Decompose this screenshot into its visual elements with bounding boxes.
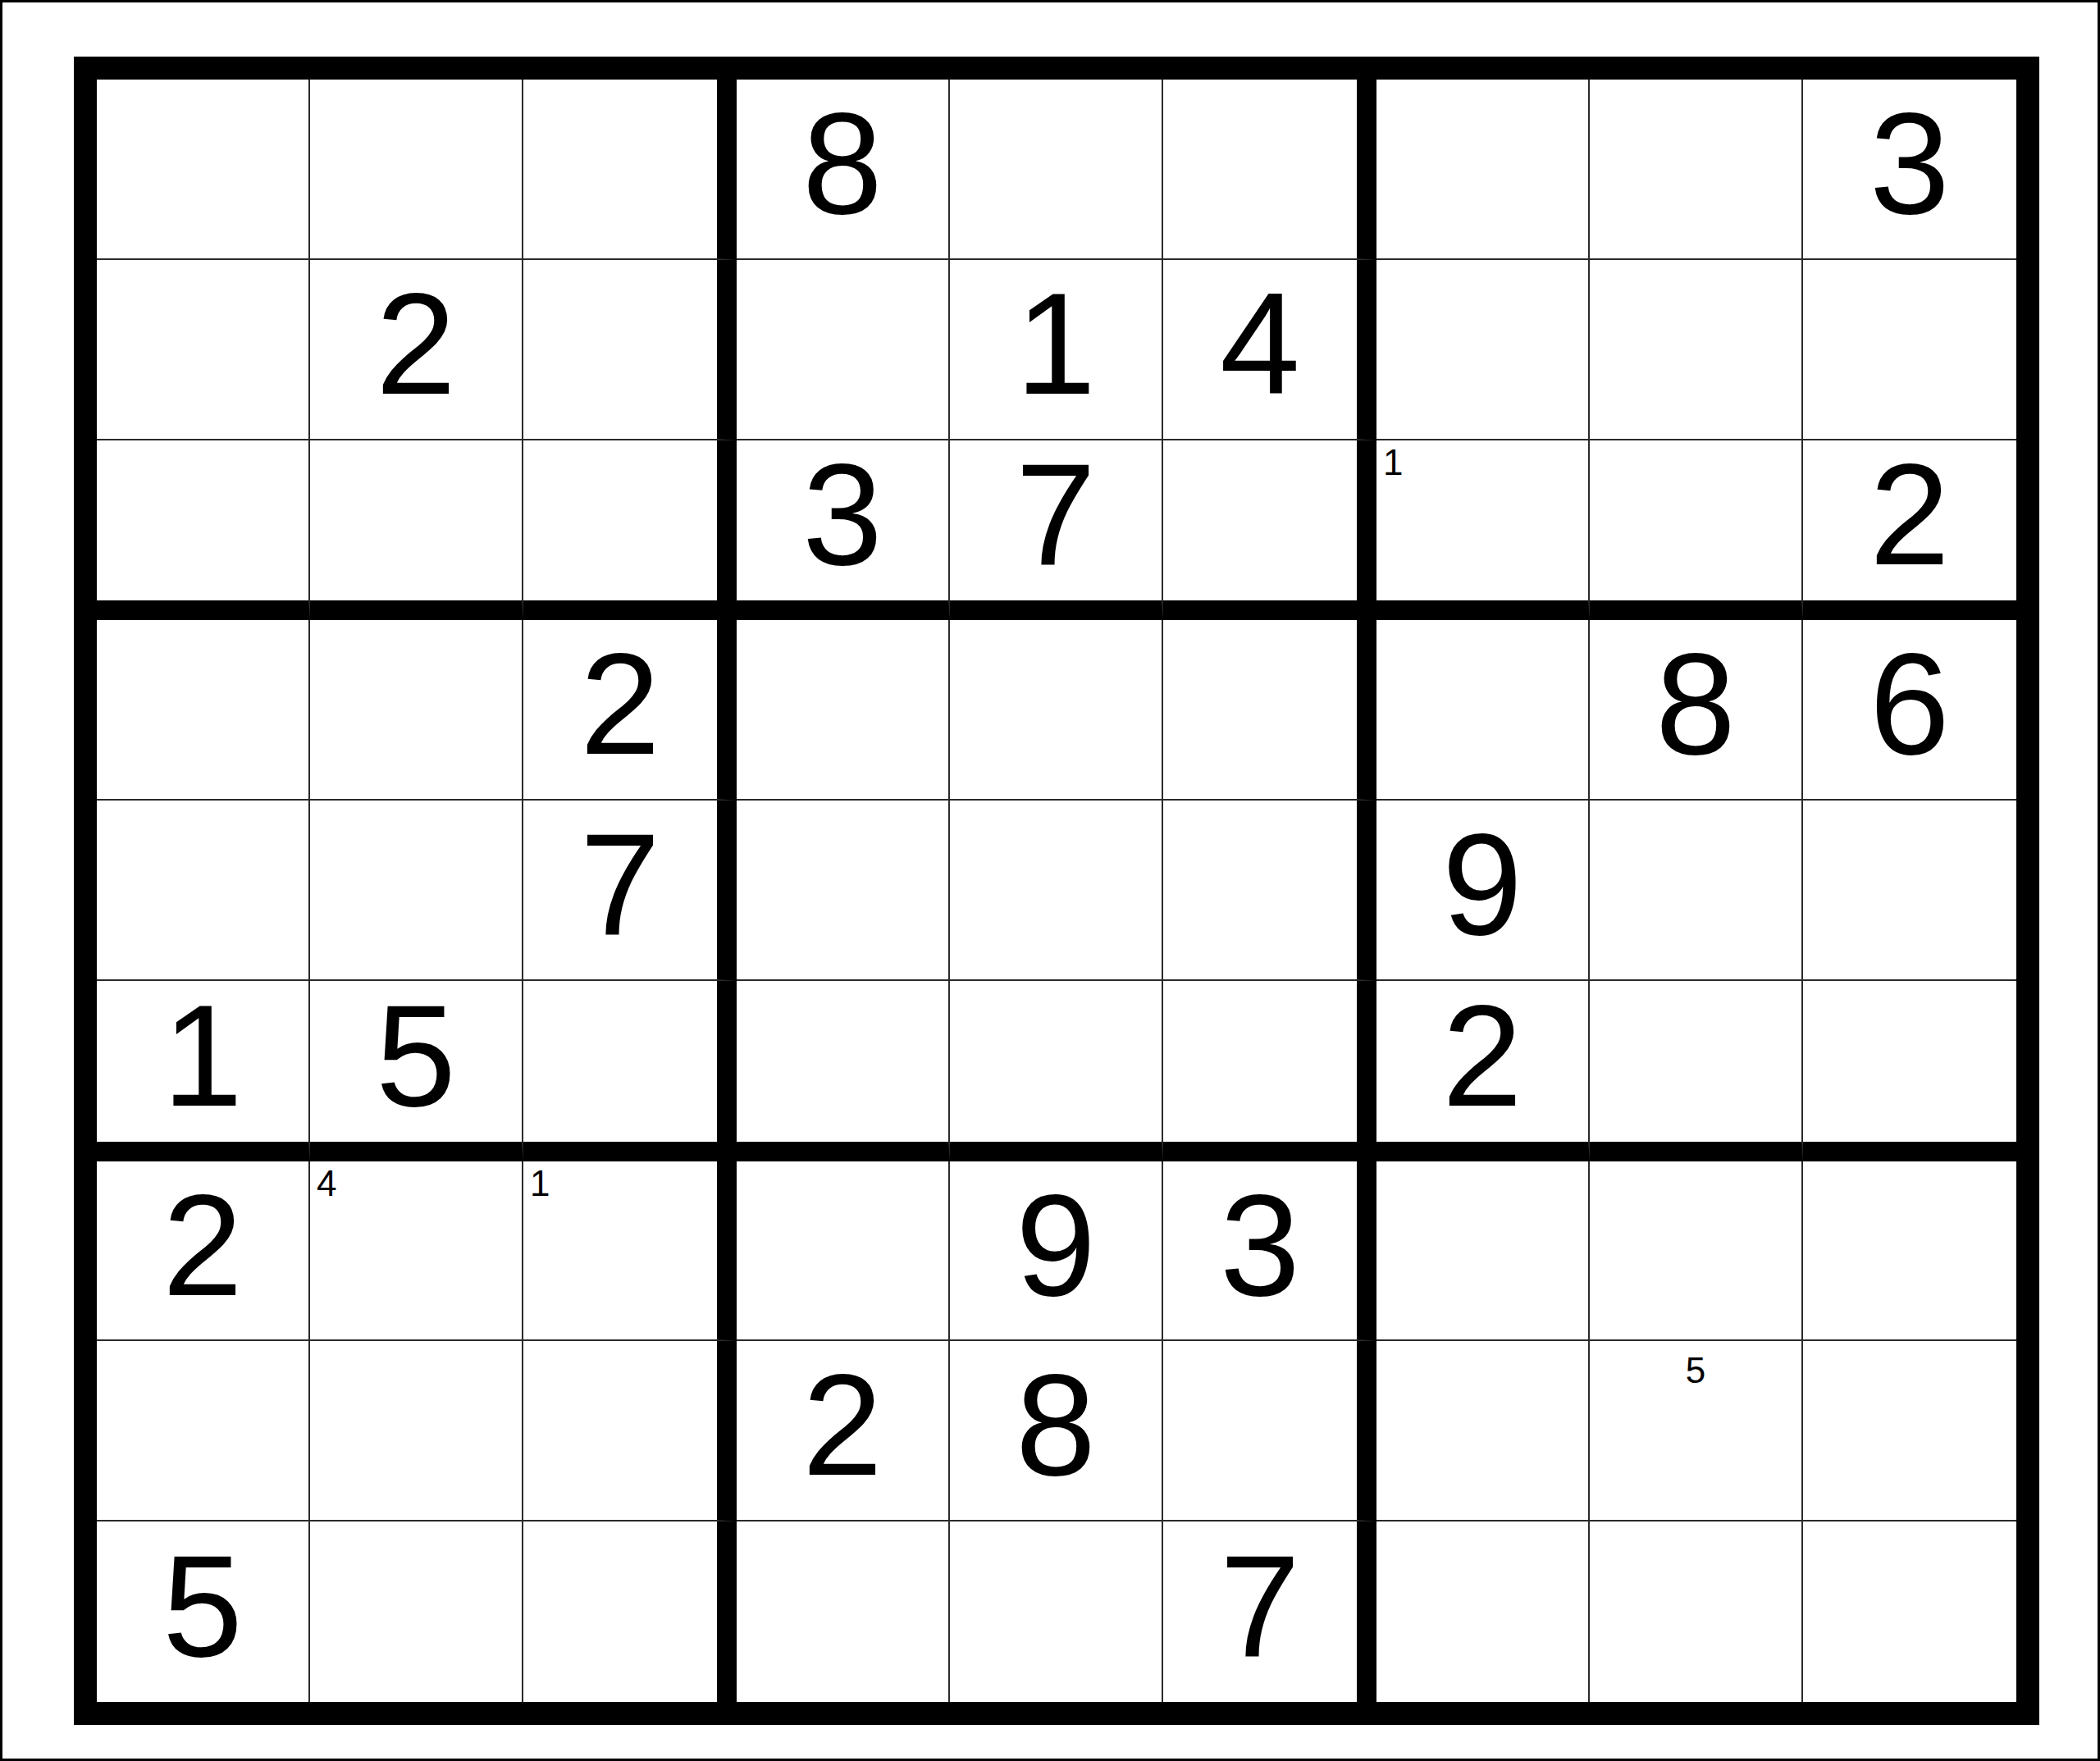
cell-r6c4[interactable] (737, 981, 950, 1161)
cell-r7c5[interactable]: 9 (950, 1161, 1163, 1342)
cell-r1c4[interactable]: 8 (737, 80, 950, 260)
cell-r2c9[interactable] (1803, 260, 2016, 440)
cell-r1c5[interactable] (950, 80, 1163, 260)
given-digit: 9 (1442, 812, 1522, 956)
pencil-mark: 4 (317, 1166, 336, 1202)
cell-r8c4[interactable]: 2 (737, 1341, 950, 1521)
cell-r5c2[interactable] (310, 801, 523, 981)
cell-r9c7[interactable] (1376, 1521, 1590, 1702)
cell-r6c2[interactable]: 5 (310, 981, 523, 1161)
cell-r7c8[interactable] (1590, 1161, 1803, 1342)
cell-r4c2[interactable] (310, 620, 523, 801)
cell-r3c9[interactable]: 2 (1803, 440, 2016, 621)
cell-r1c3[interactable] (523, 80, 737, 260)
cell-r9c9[interactable] (1803, 1521, 2016, 1702)
cell-r4c5[interactable] (950, 620, 1163, 801)
given-digit: 2 (376, 271, 456, 416)
given-digit: 5 (376, 983, 456, 1128)
cell-r5c3[interactable]: 7 (523, 801, 737, 981)
cell-r1c9[interactable]: 3 (1803, 80, 2016, 260)
given-digit: 2 (162, 1173, 243, 1317)
cell-r6c7[interactable]: 2 (1376, 981, 1590, 1161)
cell-r7c3[interactable]: 1 (523, 1161, 737, 1342)
cell-r7c4[interactable] (737, 1161, 950, 1342)
cell-r5c8[interactable] (1590, 801, 1803, 981)
cell-r4c7[interactable] (1376, 620, 1590, 801)
cell-r2c8[interactable] (1590, 260, 1803, 440)
cell-r2c2[interactable]: 2 (310, 260, 523, 440)
given-digit: 7 (1220, 1534, 1300, 1678)
cell-r3c6[interactable] (1163, 440, 1376, 621)
cell-r1c8[interactable] (1590, 80, 1803, 260)
cell-r9c4[interactable] (737, 1521, 950, 1702)
cell-r9c5[interactable] (950, 1521, 1163, 1702)
pencil-mark: 1 (1383, 445, 1403, 481)
pencil-mark: 1 (530, 1166, 550, 1202)
cell-r9c2[interactable] (310, 1521, 523, 1702)
cell-r8c1[interactable] (97, 1341, 310, 1521)
cell-r8c5[interactable]: 8 (950, 1341, 1163, 1521)
given-digit: 2 (1869, 442, 1950, 586)
cell-r3c8[interactable] (1590, 440, 1803, 621)
cell-r3c4[interactable]: 3 (737, 440, 950, 621)
cell-r2c3[interactable] (523, 260, 737, 440)
cell-r3c3[interactable] (523, 440, 737, 621)
cell-r7c1[interactable]: 2 (97, 1161, 310, 1342)
given-digit: 7 (1016, 442, 1096, 586)
puzzle-page: 832143712286791522419328557 (0, 0, 2100, 1761)
given-digit: 7 (580, 812, 660, 956)
cell-r9c6[interactable]: 7 (1163, 1521, 1376, 1702)
cell-r8c2[interactable] (310, 1341, 523, 1521)
cell-r3c7[interactable]: 1 (1376, 440, 1590, 621)
cell-r9c8[interactable] (1590, 1521, 1803, 1702)
cell-r6c1[interactable]: 1 (97, 981, 310, 1161)
cell-r8c6[interactable] (1163, 1341, 1376, 1521)
cell-r4c3[interactable]: 2 (523, 620, 737, 801)
given-digit: 2 (580, 632, 660, 776)
sudoku-board: 832143712286791522419328557 (74, 57, 2039, 1725)
cell-r2c5[interactable]: 1 (950, 260, 1163, 440)
cell-r4c8[interactable]: 8 (1590, 620, 1803, 801)
cell-r5c6[interactable] (1163, 801, 1376, 981)
cell-r5c4[interactable] (737, 801, 950, 981)
pencil-mark: 5 (1686, 1353, 1705, 1389)
cell-r6c6[interactable] (1163, 981, 1376, 1161)
cell-r4c6[interactable] (1163, 620, 1376, 801)
given-digit: 3 (1220, 1173, 1300, 1317)
cell-r2c4[interactable] (737, 260, 950, 440)
cell-r3c1[interactable] (97, 440, 310, 621)
cell-r9c1[interactable]: 5 (97, 1521, 310, 1702)
given-digit: 5 (162, 1534, 243, 1678)
cell-r1c1[interactable] (97, 80, 310, 260)
given-digit: 1 (162, 983, 243, 1128)
cell-r6c5[interactable] (950, 981, 1163, 1161)
cell-r9c3[interactable] (523, 1521, 737, 1702)
given-digit: 2 (1442, 983, 1522, 1128)
cell-r2c6[interactable]: 4 (1163, 260, 1376, 440)
cell-r4c9[interactable]: 6 (1803, 620, 2016, 801)
cell-r5c1[interactable] (97, 801, 310, 981)
cell-r3c2[interactable] (310, 440, 523, 621)
cell-r1c2[interactable] (310, 80, 523, 260)
cell-r2c1[interactable] (97, 260, 310, 440)
cell-r4c1[interactable] (97, 620, 310, 801)
given-digit: 1 (1016, 271, 1096, 416)
given-digit: 6 (1869, 632, 1950, 776)
cell-r1c7[interactable] (1376, 80, 1590, 260)
given-digit: 8 (802, 91, 883, 235)
cell-r3c5[interactable]: 7 (950, 440, 1163, 621)
cell-r8c8[interactable]: 5 (1590, 1341, 1803, 1521)
cell-r6c3[interactable] (523, 981, 737, 1161)
cell-r1c6[interactable] (1163, 80, 1376, 260)
given-digit: 9 (1016, 1173, 1096, 1317)
cell-r5c9[interactable] (1803, 801, 2016, 981)
cell-r7c2[interactable]: 4 (310, 1161, 523, 1342)
given-digit: 3 (802, 442, 883, 586)
given-digit: 8 (1655, 632, 1736, 776)
cell-r8c7[interactable] (1376, 1341, 1590, 1521)
cell-r8c3[interactable] (523, 1341, 737, 1521)
cell-r2c7[interactable] (1376, 260, 1590, 440)
cell-r7c9[interactable] (1803, 1161, 2016, 1342)
given-digit: 4 (1220, 271, 1300, 416)
cell-r7c6[interactable]: 3 (1163, 1161, 1376, 1342)
cell-r4c4[interactable] (737, 620, 950, 801)
given-digit: 2 (802, 1353, 883, 1497)
cell-r6c8[interactable] (1590, 981, 1803, 1161)
cell-r5c5[interactable] (950, 801, 1163, 981)
given-digit: 3 (1869, 91, 1950, 235)
cell-r8c9[interactable] (1803, 1341, 2016, 1521)
cell-r5c7[interactable]: 9 (1376, 801, 1590, 981)
cell-r7c7[interactable] (1376, 1161, 1590, 1342)
given-digit: 8 (1016, 1353, 1096, 1497)
cell-r6c9[interactable] (1803, 981, 2016, 1161)
